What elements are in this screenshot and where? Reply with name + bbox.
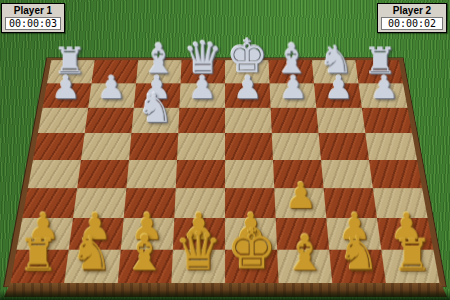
board: ♜♝♛♚♝♞♜♟♟♟♟♟♟♟♟♞♟♟♟♟♟♟♟♟♜♞♝♛♚♝♞♜ [4,58,445,287]
player2-clock: Player 2 00:00:02 [377,3,447,33]
piece-black-pawn-g7[interactable]: ♟ [316,71,361,103]
piece-white-rook-a1[interactable]: ♜ [11,233,64,278]
player1-clock: Player 1 00:00:03 [1,3,65,33]
piece-white-king-e1[interactable]: ♚ [225,222,278,278]
player1-time: 00:00:03 [5,17,61,30]
piece-white-pawn-f3[interactable]: ♟ [275,177,325,213]
piece-black-pawn-d7[interactable]: ♟ [180,71,225,103]
pieces-layer: ♜♝♛♚♝♞♜♟♟♟♟♟♟♟♟♞♟♟♟♟♟♟♟♟♜♞♝♛♚♝♞♜ [11,60,440,283]
piece-white-queen-d1[interactable]: ♛ [172,224,225,277]
piece-black-pawn-a7[interactable]: ♟ [43,71,88,103]
player1-label: Player 1 [4,5,62,17]
piece-white-rook-h1[interactable]: ♜ [385,233,438,278]
piece-black-pawn-b7[interactable]: ♟ [89,71,134,103]
player2-time: 00:00:02 [381,17,443,30]
piece-black-pawn-e7[interactable]: ♟ [225,71,270,103]
game-window: ♜♝♛♚♝♞♜♟♟♟♟♟♟♟♟♞♟♟♟♟♟♟♟♟♜♞♝♛♚♝♞♜ Player … [0,0,450,300]
board-front-edge [4,283,447,297]
piece-black-knight-c6[interactable]: ♞ [132,88,179,129]
piece-black-pawn-h7[interactable]: ♟ [361,71,406,103]
piece-white-bishop-c1[interactable]: ♝ [118,228,171,277]
piece-white-knight-b1[interactable]: ♞ [65,230,118,277]
grass-background: ♜♝♛♚♝♞♜♟♟♟♟♟♟♟♟♞♟♟♟♟♟♟♟♟♜♞♝♛♚♝♞♜ Player … [0,0,450,300]
player2-label: Player 2 [380,5,444,17]
piece-black-pawn-f7[interactable]: ♟ [270,71,315,103]
piece-white-bishop-f1[interactable]: ♝ [278,228,331,277]
piece-white-knight-g1[interactable]: ♞ [332,230,385,277]
